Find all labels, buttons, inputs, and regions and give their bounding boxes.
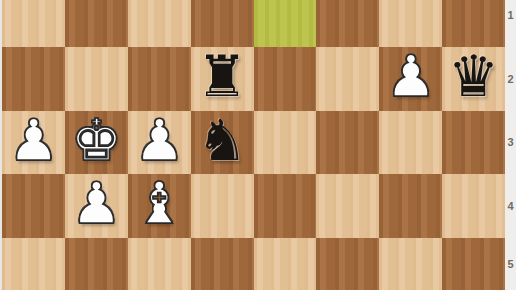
- square-b5[interactable]: [379, 238, 442, 290]
- square-a5[interactable]: [442, 238, 505, 290]
- square-a3[interactable]: [442, 111, 505, 175]
- square-e1[interactable]: [191, 0, 254, 47]
- white-king[interactable]: ♚: [71, 112, 122, 169]
- square-c3[interactable]: [316, 111, 379, 175]
- square-c5[interactable]: [316, 238, 379, 290]
- rank-label-1: 1: [505, 9, 516, 21]
- square-f5[interactable]: [128, 238, 191, 290]
- square-b2[interactable]: ♟: [379, 47, 442, 111]
- square-b1[interactable]: [379, 0, 442, 47]
- square-d2[interactable]: [254, 47, 317, 111]
- square-f2[interactable]: [128, 47, 191, 111]
- square-a2[interactable]: ♛: [442, 47, 505, 111]
- square-a1[interactable]: [442, 0, 505, 47]
- white-pawn[interactable]: ♟: [385, 48, 436, 105]
- white-bishop[interactable]: ♝: [134, 175, 185, 232]
- square-g4[interactable]: ♟: [65, 174, 128, 238]
- square-c1[interactable]: [316, 0, 379, 47]
- square-b4[interactable]: [379, 174, 442, 238]
- square-f3[interactable]: ♟: [128, 111, 191, 175]
- square-d5[interactable]: [254, 238, 317, 290]
- black-knight[interactable]: ♞: [197, 112, 248, 169]
- square-f1[interactable]: [128, 0, 191, 47]
- square-e3[interactable]: ♞: [191, 111, 254, 175]
- square-h1[interactable]: [2, 0, 65, 47]
- black-queen[interactable]: ♛: [448, 48, 499, 105]
- square-e2[interactable]: ♜: [191, 47, 254, 111]
- rank-label-5: 5: [505, 258, 516, 270]
- square-d1[interactable]: [254, 0, 317, 47]
- square-g2[interactable]: [65, 47, 128, 111]
- square-c4[interactable]: [316, 174, 379, 238]
- chess-board-screenshot: ♜♟♛♟♚♟♞♟♝ 12345: [0, 0, 516, 290]
- square-c2[interactable]: [316, 47, 379, 111]
- square-h2[interactable]: [2, 47, 65, 111]
- square-d3[interactable]: [254, 111, 317, 175]
- square-e5[interactable]: [191, 238, 254, 290]
- square-h5[interactable]: [2, 238, 65, 290]
- white-pawn[interactable]: ♟: [71, 175, 122, 232]
- square-g5[interactable]: [65, 238, 128, 290]
- square-g3[interactable]: ♚: [65, 111, 128, 175]
- square-g1[interactable]: [65, 0, 128, 47]
- square-f4[interactable]: ♝: [128, 174, 191, 238]
- square-b3[interactable]: [379, 111, 442, 175]
- rank-coordinates-strip: 12345: [505, 0, 516, 290]
- black-rook[interactable]: ♜: [197, 48, 248, 105]
- white-pawn[interactable]: ♟: [134, 112, 185, 169]
- square-h3[interactable]: ♟: [2, 111, 65, 175]
- square-h4[interactable]: [2, 174, 65, 238]
- chess-board: ♜♟♛♟♚♟♞♟♝: [2, 0, 505, 290]
- rank-label-3: 3: [505, 136, 516, 148]
- square-e4[interactable]: [191, 174, 254, 238]
- square-d4[interactable]: [254, 174, 317, 238]
- square-a4[interactable]: [442, 174, 505, 238]
- rank-label-4: 4: [505, 200, 516, 212]
- rank-label-2: 2: [505, 73, 516, 85]
- white-pawn[interactable]: ♟: [8, 112, 59, 169]
